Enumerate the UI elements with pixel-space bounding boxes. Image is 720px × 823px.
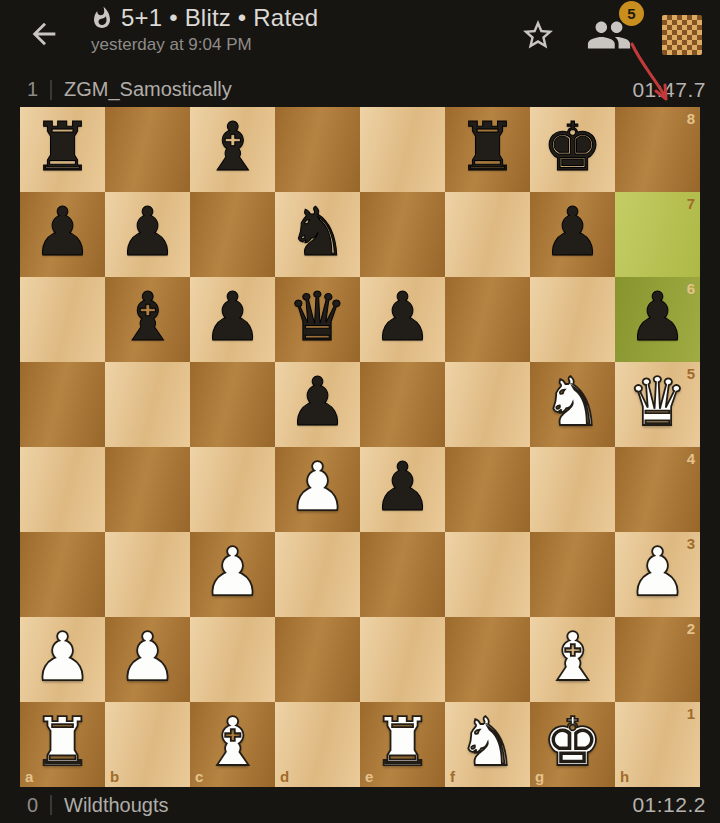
square-e4[interactable]: ♟ (360, 447, 445, 532)
square-h7[interactable]: 7 (615, 192, 700, 277)
square-d8[interactable] (275, 107, 360, 192)
coord-rank-3: 3 (687, 536, 695, 551)
coord-file-a: a (25, 769, 33, 784)
square-f4[interactable] (445, 447, 530, 532)
square-a4[interactable] (20, 447, 105, 532)
square-d4[interactable]: ♟ (275, 447, 360, 532)
square-g6[interactable] (530, 277, 615, 362)
square-h1[interactable]: h1 (615, 702, 700, 787)
coord-file-d: d (280, 769, 289, 784)
square-g2[interactable]: ♝ (530, 617, 615, 702)
coord-file-b: b (110, 769, 119, 784)
square-c2[interactable] (190, 617, 275, 702)
piece-white-rook: ♜ (372, 709, 432, 776)
square-g8[interactable]: ♚ (530, 107, 615, 192)
square-c5[interactable] (190, 362, 275, 447)
bottom-player-name[interactable]: Wildthougts (64, 794, 169, 817)
piece-black-pawn: ♟ (627, 284, 687, 351)
score-divider (50, 795, 52, 815)
piece-white-knight: ♞ (542, 369, 602, 436)
square-e3[interactable] (360, 532, 445, 617)
piece-black-pawn: ♟ (202, 284, 262, 351)
square-d2[interactable] (275, 617, 360, 702)
square-g7[interactable]: ♟ (530, 192, 615, 277)
top-player-clock: 01:47.7 (632, 78, 706, 102)
top-player-name[interactable]: ZGM_Samostically (64, 78, 232, 101)
square-d1[interactable]: d (275, 702, 360, 787)
coord-file-f: f (450, 769, 455, 784)
square-e8[interactable] (360, 107, 445, 192)
piece-white-pawn: ♟ (117, 624, 177, 691)
square-h4[interactable]: 4 (615, 447, 700, 532)
square-g5[interactable]: ♞ (530, 362, 615, 447)
square-b2[interactable]: ♟ (105, 617, 190, 702)
square-c8[interactable]: ♝ (190, 107, 275, 192)
piece-black-pawn: ♟ (32, 199, 92, 266)
piece-black-pawn: ♟ (372, 454, 432, 521)
piece-white-rook: ♜ (32, 709, 92, 776)
square-f2[interactable] (445, 617, 530, 702)
square-c7[interactable] (190, 192, 275, 277)
square-a3[interactable] (20, 532, 105, 617)
square-e5[interactable] (360, 362, 445, 447)
header-actions: 5 (520, 12, 702, 58)
piece-white-bishop: ♝ (542, 624, 602, 691)
square-h2[interactable]: 2 (615, 617, 700, 702)
header: 5+1 • Blitz • Rated yesterday at 9:04 PM… (0, 0, 720, 72)
coord-rank-8: 8 (687, 111, 695, 126)
piece-black-rook: ♜ (32, 114, 92, 181)
board-thumbnail-button[interactable] (662, 15, 702, 55)
coord-rank-4: 4 (687, 451, 695, 466)
square-f1[interactable]: ♞f (445, 702, 530, 787)
top-player-bar: 1 ZGM_Samostically 01:47.7 (0, 72, 720, 107)
piece-white-knight: ♞ (457, 709, 517, 776)
square-e6[interactable]: ♟ (360, 277, 445, 362)
square-a7[interactable]: ♟ (20, 192, 105, 277)
square-a2[interactable]: ♟ (20, 617, 105, 702)
square-a8[interactable]: ♜ (20, 107, 105, 192)
square-b3[interactable] (105, 532, 190, 617)
star-icon (520, 17, 556, 53)
coord-file-c: c (195, 769, 203, 784)
square-e1[interactable]: ♜e (360, 702, 445, 787)
square-h6[interactable]: ♟6 (615, 277, 700, 362)
coord-file-e: e (365, 769, 373, 784)
square-g4[interactable] (530, 447, 615, 532)
coord-file-g: g (535, 769, 544, 784)
back-arrow-icon (27, 17, 61, 51)
coord-rank-6: 6 (687, 281, 695, 296)
bottom-player-score: 0 (0, 794, 38, 817)
square-b5[interactable] (105, 362, 190, 447)
piece-black-pawn: ♟ (287, 369, 347, 436)
piece-white-queen: ♛ (627, 369, 687, 436)
chess-board[interactable]: ♜♝♜♚8♟♟♞♟7♝♟♛♟♟6♟♞♛5♟♟4♟♟3♟♟♝2♜ab♝cd♜e♞f… (20, 107, 700, 787)
coord-rank-5: 5 (687, 366, 695, 381)
square-h3[interactable]: ♟3 (615, 532, 700, 617)
piece-white-pawn: ♟ (32, 624, 92, 691)
coord-rank-1: 1 (687, 706, 695, 721)
board-thumbnail-icon (662, 15, 702, 55)
square-e7[interactable] (360, 192, 445, 277)
piece-black-pawn: ♟ (372, 284, 432, 351)
square-a1[interactable]: ♜a (20, 702, 105, 787)
square-f8[interactable]: ♜ (445, 107, 530, 192)
square-d6[interactable]: ♛ (275, 277, 360, 362)
back-button[interactable] (24, 14, 64, 54)
title-block: 5+1 • Blitz • Rated yesterday at 9:04 PM (90, 4, 318, 55)
piece-black-king: ♚ (542, 114, 602, 181)
square-g3[interactable] (530, 532, 615, 617)
piece-white-pawn: ♟ (287, 454, 347, 521)
square-e2[interactable] (360, 617, 445, 702)
bottom-player-clock: 01:12.2 (632, 793, 706, 817)
game-title: 5+1 • Blitz • Rated (121, 4, 318, 32)
square-a5[interactable] (20, 362, 105, 447)
square-f6[interactable] (445, 277, 530, 362)
square-b8[interactable] (105, 107, 190, 192)
piece-white-bishop: ♝ (202, 709, 262, 776)
square-d3[interactable] (275, 532, 360, 617)
lichess-game-screen: 5+1 • Blitz • Rated yesterday at 9:04 PM… (0, 0, 720, 823)
square-b4[interactable] (105, 447, 190, 532)
piece-black-pawn: ♟ (542, 199, 602, 266)
square-d5[interactable]: ♟ (275, 362, 360, 447)
piece-black-bishop: ♝ (202, 114, 262, 181)
square-c3[interactable]: ♟ (190, 532, 275, 617)
square-b1[interactable]: b (105, 702, 190, 787)
players-button[interactable]: 5 (586, 12, 632, 58)
piece-white-pawn: ♟ (202, 539, 262, 606)
coord-rank-7: 7 (687, 196, 695, 211)
notification-badge: 5 (619, 1, 644, 26)
piece-black-queen: ♛ (287, 284, 347, 351)
square-g1[interactable]: ♚g (530, 702, 615, 787)
score-divider (50, 80, 52, 100)
piece-black-rook: ♜ (457, 114, 517, 181)
square-c1[interactable]: ♝c (190, 702, 275, 787)
square-f3[interactable] (445, 532, 530, 617)
piece-white-king: ♚ (542, 709, 602, 776)
piece-black-knight: ♞ (287, 199, 347, 266)
square-f7[interactable] (445, 192, 530, 277)
flame-icon (90, 6, 114, 30)
bottom-player-bar: 0 Wildthougts 01:12.2 (0, 787, 720, 823)
star-button[interactable] (520, 17, 556, 53)
square-h5[interactable]: ♛5 (615, 362, 700, 447)
square-b6[interactable]: ♝ (105, 277, 190, 362)
square-f5[interactable] (445, 362, 530, 447)
square-c6[interactable]: ♟ (190, 277, 275, 362)
piece-white-pawn: ♟ (627, 539, 687, 606)
top-player-score: 1 (0, 78, 38, 101)
square-h8[interactable]: 8 (615, 107, 700, 192)
piece-black-pawn: ♟ (117, 199, 177, 266)
game-date: yesterday at 9:04 PM (91, 35, 318, 55)
square-d7[interactable]: ♞ (275, 192, 360, 277)
piece-black-bishop: ♝ (117, 284, 177, 351)
coord-rank-2: 2 (687, 621, 695, 636)
coord-file-h: h (620, 769, 629, 784)
square-a6[interactable] (20, 277, 105, 362)
square-c4[interactable] (190, 447, 275, 532)
square-b7[interactable]: ♟ (105, 192, 190, 277)
